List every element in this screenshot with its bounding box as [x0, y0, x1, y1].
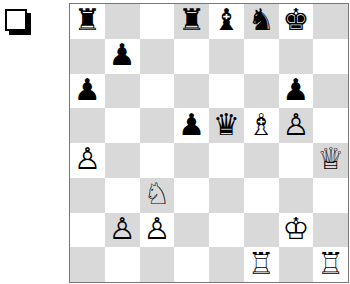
square-e4[interactable]: [209, 143, 244, 178]
square-g3[interactable]: [279, 178, 314, 213]
square-h2[interactable]: [313, 213, 348, 248]
square-a3[interactable]: [70, 178, 105, 213]
square-a8[interactable]: ♜: [70, 4, 105, 39]
square-g8[interactable]: ♚: [279, 4, 314, 39]
square-d2[interactable]: [174, 213, 209, 248]
square-c3[interactable]: ♘: [140, 178, 175, 213]
square-d1[interactable]: [174, 247, 209, 282]
piece-white-pawn-g5: ♙: [282, 110, 309, 140]
piece-black-rook-a8: ♜: [74, 5, 101, 35]
square-c5[interactable]: [140, 108, 175, 143]
square-h3[interactable]: [313, 178, 348, 213]
square-b5[interactable]: [105, 108, 140, 143]
square-c2[interactable]: ♙: [140, 213, 175, 248]
square-e1[interactable]: [209, 247, 244, 282]
square-h1[interactable]: ♖: [313, 247, 348, 282]
white-to-move-icon: [5, 9, 27, 31]
piece-black-pawn-d5: ♟: [178, 110, 205, 140]
piece-white-pawn-b2: ♙: [109, 214, 136, 244]
square-b7[interactable]: ♟: [105, 39, 140, 74]
piece-white-rook-f1: ♖: [248, 249, 275, 279]
square-b6[interactable]: [105, 74, 140, 109]
square-d5[interactable]: ♟: [174, 108, 209, 143]
piece-white-pawn-c2: ♙: [143, 214, 170, 244]
square-h4[interactable]: ♕: [313, 143, 348, 178]
square-d4[interactable]: [174, 143, 209, 178]
piece-black-bishop-e8: ♝: [213, 5, 240, 35]
square-g4[interactable]: [279, 143, 314, 178]
piece-white-pawn-a4: ♙: [74, 144, 101, 174]
piece-black-pawn-g6: ♟: [282, 75, 309, 105]
square-g2[interactable]: ♔: [279, 213, 314, 248]
square-h5[interactable]: [313, 108, 348, 143]
square-d3[interactable]: [174, 178, 209, 213]
square-b8[interactable]: [105, 4, 140, 39]
piece-white-rook-h1: ♖: [317, 249, 344, 279]
square-g1[interactable]: [279, 247, 314, 282]
piece-black-pawn-b7: ♟: [109, 40, 136, 70]
square-h8[interactable]: [313, 4, 348, 39]
square-g6[interactable]: ♟: [279, 74, 314, 109]
square-f3[interactable]: [244, 178, 279, 213]
square-e7[interactable]: [209, 39, 244, 74]
square-e8[interactable]: ♝: [209, 4, 244, 39]
square-a2[interactable]: [70, 213, 105, 248]
square-d6[interactable]: [174, 74, 209, 109]
square-c7[interactable]: [140, 39, 175, 74]
piece-black-knight-f8: ♞: [248, 5, 275, 35]
piece-black-rook-d8: ♜: [178, 5, 205, 35]
square-e6[interactable]: [209, 74, 244, 109]
square-b4[interactable]: [105, 143, 140, 178]
piece-black-queen-e5: ♛: [213, 110, 240, 140]
square-f5[interactable]: ♗: [244, 108, 279, 143]
square-f4[interactable]: [244, 143, 279, 178]
square-e2[interactable]: [209, 213, 244, 248]
chess-board: ♜♜♝♞♚♟♟♟♟♛♗♙♙♕♘♙♙♔♖♖: [69, 3, 349, 283]
square-b3[interactable]: [105, 178, 140, 213]
piece-white-queen-h4: ♕: [317, 144, 344, 174]
square-a1[interactable]: [70, 247, 105, 282]
piece-white-bishop-f5: ♗: [248, 110, 275, 140]
piece-white-king-g2: ♔: [282, 214, 309, 244]
square-c4[interactable]: [140, 143, 175, 178]
square-a6[interactable]: ♟: [70, 74, 105, 109]
square-a5[interactable]: [70, 108, 105, 143]
square-f8[interactable]: ♞: [244, 4, 279, 39]
square-b2[interactable]: ♙: [105, 213, 140, 248]
square-f1[interactable]: ♖: [244, 247, 279, 282]
square-a4[interactable]: ♙: [70, 143, 105, 178]
square-b1[interactable]: [105, 247, 140, 282]
square-f7[interactable]: [244, 39, 279, 74]
square-h6[interactable]: [313, 74, 348, 109]
square-d7[interactable]: [174, 39, 209, 74]
square-f2[interactable]: [244, 213, 279, 248]
piece-black-pawn-a6: ♟: [74, 75, 101, 105]
piece-black-king-g8: ♚: [282, 5, 309, 35]
square-g5[interactable]: ♙: [279, 108, 314, 143]
square-c8[interactable]: [140, 4, 175, 39]
square-e5[interactable]: ♛: [209, 108, 244, 143]
square-f6[interactable]: [244, 74, 279, 109]
square-c1[interactable]: [140, 247, 175, 282]
square-h7[interactable]: [313, 39, 348, 74]
square-d8[interactable]: ♜: [174, 4, 209, 39]
square-g7[interactable]: [279, 39, 314, 74]
chess-diagram: ♜♜♝♞♚♟♟♟♟♛♗♙♙♕♘♙♙♔♖♖: [0, 0, 350, 284]
piece-white-knight-c3: ♘: [143, 179, 170, 209]
square-c6[interactable]: [140, 74, 175, 109]
square-e3[interactable]: [209, 178, 244, 213]
square-a7[interactable]: [70, 39, 105, 74]
